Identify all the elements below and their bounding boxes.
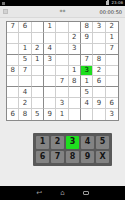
key-5[interactable]: 5 bbox=[96, 136, 109, 149]
cell-r7c3[interactable] bbox=[32, 87, 44, 98]
cell-r1c5[interactable] bbox=[56, 22, 68, 33]
cell-r7c1[interactable] bbox=[7, 87, 19, 98]
cell-r8c8[interactable]: 9 bbox=[93, 98, 105, 109]
cell-r4c4[interactable]: 3 bbox=[44, 55, 56, 66]
cell-r6c9[interactable] bbox=[106, 76, 118, 87]
cell-r2c4[interactable] bbox=[44, 33, 56, 44]
cell-r2c2[interactable] bbox=[19, 33, 31, 44]
cell-r9c1[interactable]: 6 bbox=[7, 109, 19, 120]
cell-r2c5[interactable] bbox=[56, 33, 68, 44]
cell-r1c2[interactable]: 6 bbox=[19, 22, 31, 33]
number-keypad: 123456789X bbox=[33, 133, 112, 166]
cell-r4c2[interactable]: 5 bbox=[19, 55, 31, 66]
cell-r9c5[interactable]: 1 bbox=[56, 109, 68, 120]
cell-r7c2[interactable]: 4 bbox=[19, 87, 31, 98]
cell-r9c8[interactable] bbox=[93, 109, 105, 120]
game-timer: 00:00:50 bbox=[100, 9, 122, 15]
action-bar: ** 00:00:50 bbox=[0, 6, 125, 18]
cell-r6c4[interactable] bbox=[44, 76, 56, 87]
cell-r8c2[interactable]: 2 bbox=[19, 98, 31, 109]
cell-r9c4[interactable]: 9 bbox=[44, 109, 56, 120]
cell-r1c7[interactable]: 8 bbox=[81, 22, 93, 33]
battery-icon bbox=[106, 1, 109, 5]
cell-r8c3[interactable] bbox=[32, 98, 44, 109]
cell-r5c4[interactable] bbox=[44, 66, 56, 77]
cell-r6c3[interactable] bbox=[32, 76, 44, 87]
key-6[interactable]: 6 bbox=[36, 151, 49, 164]
cell-r7c4[interactable] bbox=[44, 87, 56, 98]
key-3[interactable]: 3 bbox=[66, 136, 79, 149]
cell-r9c3[interactable]: 5 bbox=[32, 109, 44, 120]
cell-r6c8[interactable]: 6 bbox=[93, 76, 105, 87]
cell-r2c6[interactable]: 2 bbox=[69, 33, 81, 44]
cell-r5c1[interactable]: 8 bbox=[7, 66, 19, 77]
cell-r6c1[interactable] bbox=[7, 76, 19, 87]
cell-r3c1[interactable] bbox=[7, 44, 19, 55]
cell-r7c5[interactable] bbox=[56, 87, 68, 98]
key-7[interactable]: 7 bbox=[51, 151, 64, 164]
cell-r3c9[interactable]: 7 bbox=[106, 44, 118, 55]
cell-r4c7[interactable]: 7 bbox=[81, 55, 93, 66]
cell-r4c3[interactable]: 1 bbox=[32, 55, 44, 66]
cell-r2c7[interactable]: 9 bbox=[81, 33, 93, 44]
cell-r8c7[interactable]: 4 bbox=[81, 98, 93, 109]
notification-icon bbox=[2, 2, 5, 5]
cell-r6c2[interactable] bbox=[19, 76, 31, 87]
cell-r7c7[interactable]: 5 bbox=[81, 87, 93, 98]
key-erase[interactable]: X bbox=[96, 151, 109, 164]
cell-r9c7[interactable] bbox=[81, 109, 93, 120]
cell-r1c6[interactable] bbox=[69, 22, 81, 33]
cell-r1c4[interactable]: 1 bbox=[44, 22, 56, 33]
cell-r2c1[interactable] bbox=[7, 33, 19, 44]
key-2[interactable]: 2 bbox=[51, 136, 64, 149]
cell-r4c5[interactable] bbox=[56, 55, 68, 66]
key-4[interactable]: 4 bbox=[81, 136, 94, 149]
cell-r5c2[interactable]: 7 bbox=[19, 66, 31, 77]
cell-r2c8[interactable] bbox=[93, 33, 105, 44]
cell-r9c6[interactable] bbox=[69, 109, 81, 120]
cell-r5c9[interactable] bbox=[106, 66, 118, 77]
cell-r3c4[interactable]: 4 bbox=[44, 44, 56, 55]
cell-r1c3[interactable] bbox=[32, 22, 44, 33]
cell-r4c8[interactable]: 8 bbox=[93, 55, 105, 66]
key-9[interactable]: 9 bbox=[81, 151, 94, 164]
cell-r8c6[interactable] bbox=[69, 98, 81, 109]
cell-r8c5[interactable]: 3 bbox=[56, 98, 68, 109]
home-icon[interactable]: ⌂ bbox=[60, 190, 64, 197]
cell-r2c9[interactable]: 1 bbox=[106, 33, 118, 44]
cell-r9c9[interactable]: 3 bbox=[106, 109, 118, 120]
cell-r6c7[interactable]: 1 bbox=[81, 76, 93, 87]
cell-r7c9[interactable] bbox=[106, 87, 118, 98]
cell-r4c1[interactable] bbox=[7, 55, 19, 66]
back-icon[interactable]: ↩ bbox=[36, 190, 42, 197]
cell-r5c8[interactable]: 2 bbox=[93, 66, 105, 77]
key-8[interactable]: 8 bbox=[66, 151, 79, 164]
cell-r3c8[interactable] bbox=[93, 44, 105, 55]
cell-r5c6[interactable]: 1 bbox=[69, 66, 81, 77]
cell-r4c9[interactable] bbox=[106, 55, 118, 66]
cell-r9c2[interactable]: 8 bbox=[19, 109, 31, 120]
cell-r3c7[interactable] bbox=[81, 44, 93, 55]
cell-r2c3[interactable] bbox=[32, 33, 44, 44]
cell-r5c5[interactable] bbox=[56, 66, 68, 77]
cell-r8c9[interactable]: 6 bbox=[106, 98, 118, 109]
cell-r6c5[interactable]: 7 bbox=[56, 76, 68, 87]
sudoku-grid: 7618322911243751378871327816452349668591… bbox=[6, 21, 119, 121]
cell-r1c9[interactable]: 2 bbox=[106, 22, 118, 33]
recents-icon[interactable] bbox=[83, 191, 89, 195]
cell-r8c1[interactable] bbox=[7, 98, 19, 109]
cell-r3c3[interactable]: 2 bbox=[32, 44, 44, 55]
cell-r6c6[interactable]: 8 bbox=[69, 76, 81, 87]
cell-r3c6[interactable]: 3 bbox=[69, 44, 81, 55]
cell-r7c6[interactable] bbox=[69, 87, 81, 98]
cell-r7c8[interactable] bbox=[93, 87, 105, 98]
cell-r3c2[interactable]: 1 bbox=[19, 44, 31, 55]
cell-r5c3[interactable] bbox=[32, 66, 44, 77]
cell-r1c8[interactable]: 3 bbox=[93, 22, 105, 33]
key-1[interactable]: 1 bbox=[36, 136, 49, 149]
cell-r5c7[interactable]: 3 bbox=[81, 66, 93, 77]
cell-r4c6[interactable] bbox=[69, 55, 81, 66]
cell-r8c4[interactable] bbox=[44, 98, 56, 109]
cell-r1c1[interactable]: 7 bbox=[7, 22, 19, 33]
cell-r3c5[interactable] bbox=[56, 44, 68, 55]
navigation-bar: ↩ ⌂ bbox=[0, 186, 125, 200]
